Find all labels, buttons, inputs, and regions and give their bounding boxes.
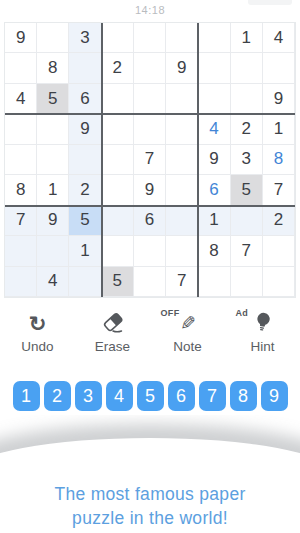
numpad-button-2[interactable]: 2 bbox=[44, 381, 71, 411]
cell-r6c5[interactable]: 9 bbox=[134, 175, 166, 205]
cell-r3c6[interactable] bbox=[166, 84, 198, 114]
toolbar: ↻ Undo Erase OFF ✎ Note Ad bbox=[0, 306, 300, 358]
cell-r5c7[interactable]: 9 bbox=[198, 145, 230, 175]
cell-r1c7[interactable] bbox=[198, 23, 230, 53]
cell-r7c7[interactable]: 1 bbox=[198, 206, 230, 236]
cell-r5c6[interactable] bbox=[166, 145, 198, 175]
battery-indicator bbox=[248, 0, 292, 5]
numpad-button-9[interactable]: 9 bbox=[261, 381, 288, 411]
numpad-button-3[interactable]: 3 bbox=[75, 381, 102, 411]
numpad-button-6[interactable]: 6 bbox=[168, 381, 195, 411]
cell-r6c8[interactable]: 5 bbox=[231, 175, 263, 205]
cell-r7c8[interactable] bbox=[231, 206, 263, 236]
numpad-button-4[interactable]: 4 bbox=[106, 381, 133, 411]
cell-r3c7[interactable] bbox=[198, 84, 230, 114]
cell-r4c3[interactable]: 9 bbox=[69, 114, 101, 144]
cell-r5c1[interactable] bbox=[5, 145, 37, 175]
cell-r3c1[interactable]: 4 bbox=[5, 84, 37, 114]
cell-r6c9[interactable]: 7 bbox=[263, 175, 295, 205]
cell-r1c6[interactable] bbox=[166, 23, 198, 53]
cell-r8c7[interactable]: 8 bbox=[198, 236, 230, 266]
cell-r2c3[interactable] bbox=[69, 53, 101, 83]
cell-r3c2[interactable]: 5 bbox=[37, 84, 69, 114]
numpad-button-8[interactable]: 8 bbox=[230, 381, 257, 411]
cell-r7c6[interactable] bbox=[166, 206, 198, 236]
cell-r3c3[interactable]: 6 bbox=[69, 84, 101, 114]
cell-r2c1[interactable] bbox=[5, 53, 37, 83]
footer-tagline: The most famous paper puzzle in the worl… bbox=[0, 482, 300, 530]
cell-r6c7[interactable]: 6 bbox=[198, 175, 230, 205]
cell-r1c3[interactable]: 3 bbox=[69, 23, 101, 53]
cell-r3c9[interactable]: 9 bbox=[263, 84, 295, 114]
clock-time: 14:18 bbox=[0, 4, 300, 16]
cell-r9c3[interactable] bbox=[69, 267, 101, 297]
cell-r4c4[interactable] bbox=[102, 114, 134, 144]
number-pad: 123456789 bbox=[0, 381, 300, 411]
cell-r4c7[interactable]: 4 bbox=[198, 114, 230, 144]
cell-r1c9[interactable]: 4 bbox=[263, 23, 295, 53]
eraser-icon bbox=[101, 310, 125, 337]
cell-r8c5[interactable] bbox=[134, 236, 166, 266]
cell-r7c1[interactable]: 7 bbox=[5, 206, 37, 236]
pencil-icon: ✎ bbox=[180, 314, 196, 333]
note-label: Note bbox=[173, 339, 202, 354]
cell-r6c2[interactable]: 1 bbox=[37, 175, 69, 205]
cell-r8c1[interactable] bbox=[5, 236, 37, 266]
cell-r8c2[interactable] bbox=[37, 236, 69, 266]
cell-r2c4[interactable]: 2 bbox=[102, 53, 134, 83]
numpad-button-5[interactable]: 5 bbox=[137, 381, 164, 411]
cell-r5c9[interactable]: 8 bbox=[263, 145, 295, 175]
cell-r8c8[interactable]: 7 bbox=[231, 236, 263, 266]
cell-r4c2[interactable] bbox=[37, 114, 69, 144]
cell-r9c6[interactable]: 7 bbox=[166, 267, 198, 297]
bulb-icon bbox=[251, 310, 275, 337]
cell-r9c8[interactable] bbox=[231, 267, 263, 297]
cell-r7c2[interactable]: 9 bbox=[37, 206, 69, 236]
note-off-badge: OFF bbox=[161, 308, 180, 318]
cell-r2c5[interactable] bbox=[134, 53, 166, 83]
footer-tagline-line1: The most famous paper bbox=[0, 482, 300, 506]
cell-r4c8[interactable]: 2 bbox=[231, 114, 263, 144]
cell-r2c9[interactable] bbox=[263, 53, 295, 83]
cell-r1c4[interactable] bbox=[102, 23, 134, 53]
cell-r9c4[interactable]: 5 bbox=[102, 267, 134, 297]
cell-r1c1[interactable]: 9 bbox=[5, 23, 37, 53]
cell-r6c4[interactable] bbox=[102, 175, 134, 205]
cell-r2c8[interactable] bbox=[231, 53, 263, 83]
undo-icon: ↻ bbox=[29, 313, 47, 334]
cell-r8c3[interactable]: 1 bbox=[69, 236, 101, 266]
cell-r4c9[interactable]: 1 bbox=[263, 114, 295, 144]
numpad-button-1[interactable]: 1 bbox=[13, 381, 40, 411]
cell-r3c8[interactable] bbox=[231, 84, 263, 114]
cell-r3c4[interactable] bbox=[102, 84, 134, 114]
cell-r5c3[interactable] bbox=[69, 145, 101, 175]
numpad-button-7[interactable]: 7 bbox=[199, 381, 226, 411]
cell-r2c2[interactable]: 8 bbox=[37, 53, 69, 83]
cell-r4c5[interactable] bbox=[134, 114, 166, 144]
cell-r9c2[interactable]: 4 bbox=[37, 267, 69, 297]
cell-r3c5[interactable] bbox=[134, 84, 166, 114]
cell-r7c9[interactable]: 2 bbox=[263, 206, 295, 236]
cell-r1c8[interactable]: 1 bbox=[231, 23, 263, 53]
cell-r7c5[interactable]: 6 bbox=[134, 206, 166, 236]
undo-label: Undo bbox=[21, 339, 53, 354]
cell-r5c8[interactable]: 3 bbox=[231, 145, 263, 175]
cell-r8c6[interactable] bbox=[166, 236, 198, 266]
footer-tagline-line2: puzzle in the world! bbox=[0, 506, 300, 530]
cell-r6c6[interactable] bbox=[166, 175, 198, 205]
cell-r7c4[interactable] bbox=[102, 206, 134, 236]
cell-r9c5[interactable] bbox=[134, 267, 166, 297]
cell-r5c2[interactable] bbox=[37, 145, 69, 175]
cell-r9c9[interactable] bbox=[263, 267, 295, 297]
cell-r8c4[interactable] bbox=[102, 236, 134, 266]
cell-r5c4[interactable] bbox=[102, 145, 134, 175]
erase-button[interactable]: Erase bbox=[75, 306, 150, 358]
cell-r2c6[interactable]: 9 bbox=[166, 53, 198, 83]
hint-button[interactable]: Ad Hint bbox=[225, 306, 300, 358]
erase-label: Erase bbox=[95, 339, 130, 354]
cell-r9c7[interactable] bbox=[198, 267, 230, 297]
cell-r6c3[interactable]: 2 bbox=[69, 175, 101, 205]
cell-r2c7[interactable] bbox=[198, 53, 230, 83]
undo-button[interactable]: ↻ Undo bbox=[0, 306, 75, 358]
hint-ad-badge: Ad bbox=[236, 308, 249, 318]
hint-label: Hint bbox=[250, 339, 274, 354]
cell-r4c1[interactable] bbox=[5, 114, 37, 144]
cell-r1c2[interactable] bbox=[37, 23, 69, 53]
sudoku-board: 93148294569942179388129657795612187457 bbox=[4, 22, 296, 298]
cell-r5c5[interactable]: 7 bbox=[134, 145, 166, 175]
cell-r6c1[interactable]: 8 bbox=[5, 175, 37, 205]
cell-r4c6[interactable] bbox=[166, 114, 198, 144]
cell-r1c5[interactable] bbox=[134, 23, 166, 53]
footer-sheet: The most famous paper puzzle in the worl… bbox=[0, 438, 300, 533]
note-button[interactable]: OFF ✎ Note bbox=[150, 306, 225, 358]
cell-r7c3[interactable]: 5 bbox=[69, 206, 101, 236]
footer: The most famous paper puzzle in the worl… bbox=[0, 415, 300, 533]
cell-r8c9[interactable] bbox=[263, 236, 295, 266]
cell-r9c1[interactable] bbox=[5, 267, 37, 297]
